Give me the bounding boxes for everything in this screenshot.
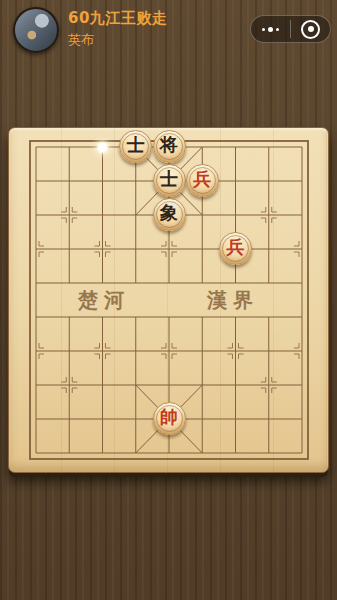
piece-g7[interactable]: 兵	[219, 232, 252, 265]
level-titles: 60九江王败走 英布	[68, 11, 167, 46]
piece-f9[interactable]: 兵	[186, 164, 219, 197]
exit-button[interactable]	[291, 16, 330, 42]
more-button[interactable]	[251, 16, 290, 42]
app-screen: 60九江王败走 英布 楚河漢界 士将士兵象兵帥 锦 15	[0, 0, 337, 600]
xiangqi-board: 楚河漢界 士将士兵象兵帥	[8, 127, 329, 473]
piece-e8[interactable]: 象	[153, 198, 186, 231]
piece-d10[interactable]: 士	[119, 130, 152, 163]
bottom-bar: 锦 15 求助 4步	[0, 534, 337, 600]
pieces-layer: 士将士兵象兵帥	[9, 128, 328, 472]
piece-e2[interactable]: 帥	[153, 402, 186, 435]
level-title: 60九江王败走	[68, 11, 167, 26]
piece-e9[interactable]: 士	[153, 164, 186, 197]
wechat-capsule	[250, 15, 331, 43]
level-subtitle: 英布	[68, 33, 167, 46]
piece-e10[interactable]: 将	[153, 130, 186, 163]
last-move-marker	[98, 143, 107, 152]
ellipsis-icon	[262, 27, 279, 32]
top-bar: 60九江王败走 英布	[0, 0, 337, 60]
opponent-avatar[interactable]	[13, 7, 59, 53]
home-circle-icon	[301, 20, 320, 39]
